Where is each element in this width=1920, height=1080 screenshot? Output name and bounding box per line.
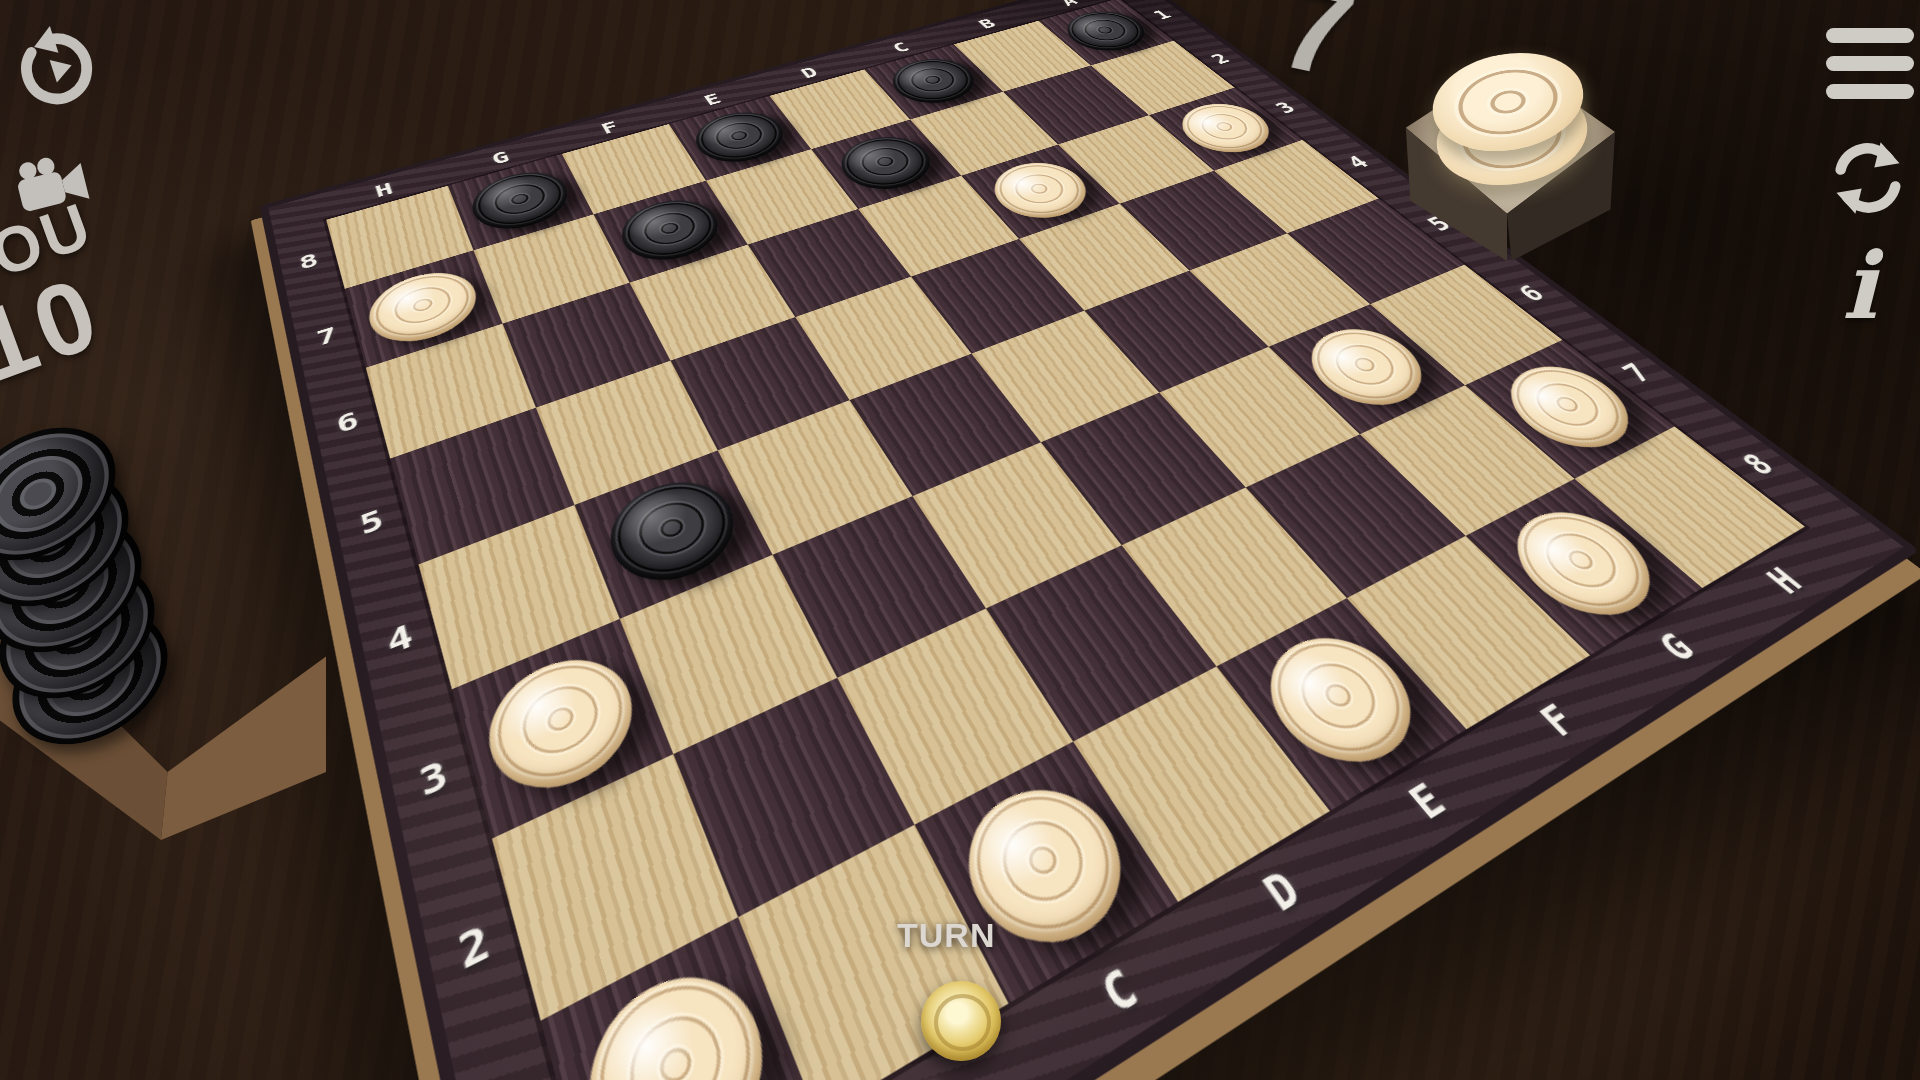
right-label-3: 3 [1269,98,1300,116]
menu-button[interactable] [1824,24,1916,104]
top-label-F: F [598,118,622,137]
you-score: 10 [0,257,134,396]
turn-label: TURN [897,916,995,955]
score-panel: YOU 10 [0,187,134,395]
top-label-H: H [373,179,396,201]
captured-black-tray [0,500,326,840]
left-label-6: 6 [334,406,361,439]
bottom-label-G: G [1649,624,1704,669]
menu-icon [1824,24,1916,104]
left-label-2: 2 [453,913,494,979]
top-label-D: D [797,64,822,81]
bottom-label-H: H [1757,560,1811,601]
left-label-8: 8 [297,249,320,274]
left-label-4: 4 [383,616,416,661]
top-label-G: G [489,148,512,168]
restart-button[interactable] [1826,136,1910,220]
play-triangle-icon [50,54,76,82]
right-label-7: 7 [1614,357,1658,387]
left-label-7: 7 [314,322,339,350]
left-label-3: 3 [415,751,452,805]
info-button[interactable]: i [1842,232,1877,340]
captured-white-tray [1392,46,1622,261]
right-label-2: 2 [1206,50,1234,66]
right-label-4: 4 [1341,152,1374,172]
top-label-B: B [975,16,1000,31]
bottom-label-E: E [1399,773,1455,828]
bottom-label-B: B [909,1065,965,1080]
bottom-label-D: D [1253,860,1309,922]
opponent-score: 7 [1267,0,1367,107]
top-label-A: A [1056,0,1081,8]
right-label-6: 6 [1511,280,1551,306]
turn-indicator-chip [921,981,1001,1061]
checkers-board[interactable]: HA81GB72FC63ED54DE45CF36BG27AH18 [260,0,1920,1080]
bottom-label-F: F [1530,695,1586,745]
replay-button[interactable] [14,26,100,112]
top-label-C: C [888,39,913,55]
right-label-1: 1 [1148,7,1174,22]
left-label-5: 5 [356,503,386,541]
bottom-label-C: C [1091,957,1147,1026]
top-label-E: E [700,90,724,108]
game-table: HA81GB72FC63ED54DE45CF36BG27AH18 YOU 10 … [0,0,1920,1080]
